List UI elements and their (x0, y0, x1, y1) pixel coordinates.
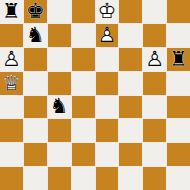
square-e8[interactable]: ♚♔ (96, 0, 119, 23)
square-g4[interactable] (143, 96, 166, 119)
square-f6[interactable] (119, 48, 142, 71)
piece-white-queen[interactable]: ♛♕ (0, 72, 23, 95)
square-e1[interactable] (96, 167, 119, 190)
square-c2[interactable] (48, 143, 71, 166)
square-c7[interactable] (48, 24, 71, 47)
square-h2[interactable] (167, 143, 190, 166)
square-b3[interactable] (24, 119, 47, 142)
square-b7[interactable]: ♞ (24, 24, 47, 47)
square-a7[interactable] (0, 24, 23, 47)
square-g1[interactable] (143, 167, 166, 190)
square-a6[interactable]: ♟♙ (0, 48, 23, 71)
square-d4[interactable] (72, 96, 95, 119)
square-h5[interactable] (167, 72, 190, 95)
piece-black-king[interactable]: ♚ (24, 0, 47, 23)
square-e3[interactable] (96, 119, 119, 142)
square-a8[interactable]: ♜ (0, 0, 23, 23)
square-d3[interactable] (72, 119, 95, 142)
piece-white-pawn[interactable]: ♟♙ (143, 48, 166, 71)
square-h1[interactable] (167, 167, 190, 190)
piece-black-knight[interactable]: ♞ (24, 24, 47, 47)
square-c6[interactable] (48, 48, 71, 71)
square-h3[interactable] (167, 119, 190, 142)
square-d2[interactable] (72, 143, 95, 166)
square-a4[interactable] (0, 96, 23, 119)
square-f1[interactable] (119, 167, 142, 190)
square-b8[interactable]: ♚ (24, 0, 47, 23)
piece-outline: ♙ (0, 48, 23, 71)
piece-outline: ♙ (143, 48, 166, 71)
square-a1[interactable] (0, 167, 23, 190)
square-h8[interactable] (167, 0, 190, 23)
square-f7[interactable] (119, 24, 142, 47)
square-d7[interactable] (72, 24, 95, 47)
piece-black-knight[interactable]: ♞ (48, 96, 71, 119)
piece-white-pawn[interactable]: ♟♙ (0, 48, 23, 71)
piece-black-rook[interactable]: ♜ (0, 0, 23, 23)
square-b4[interactable] (24, 96, 47, 119)
square-e5[interactable] (96, 72, 119, 95)
piece-outline: ♕ (0, 72, 23, 95)
square-f5[interactable] (119, 72, 142, 95)
square-a2[interactable] (0, 143, 23, 166)
piece-white-king[interactable]: ♚♔ (96, 0, 119, 23)
square-b2[interactable] (24, 143, 47, 166)
square-d1[interactable] (72, 167, 95, 190)
square-f8[interactable] (119, 0, 142, 23)
square-h7[interactable] (167, 24, 190, 47)
piece-outline: ♙ (96, 24, 119, 47)
square-a3[interactable] (0, 119, 23, 142)
square-a5[interactable]: ♛♕ (0, 72, 23, 95)
square-d8[interactable] (72, 0, 95, 23)
square-g7[interactable] (143, 24, 166, 47)
square-h4[interactable] (167, 96, 190, 119)
square-d5[interactable] (72, 72, 95, 95)
square-f3[interactable] (119, 119, 142, 142)
square-b1[interactable] (24, 167, 47, 190)
square-c5[interactable] (48, 72, 71, 95)
square-e2[interactable] (96, 143, 119, 166)
square-c4[interactable]: ♞ (48, 96, 71, 119)
square-c1[interactable] (48, 167, 71, 190)
square-c3[interactable] (48, 119, 71, 142)
square-c8[interactable] (48, 0, 71, 23)
square-g2[interactable] (143, 143, 166, 166)
square-d6[interactable] (72, 48, 95, 71)
piece-outline: ♔ (96, 0, 119, 23)
square-f2[interactable] (119, 143, 142, 166)
chess-board: ♜♚♚♔♞♟♙♟♙♟♙♜♛♕♞ (0, 0, 190, 190)
square-b6[interactable] (24, 48, 47, 71)
piece-black-rook[interactable]: ♜ (167, 48, 190, 71)
square-g8[interactable] (143, 0, 166, 23)
square-g6[interactable]: ♟♙ (143, 48, 166, 71)
square-f4[interactable] (119, 96, 142, 119)
square-b5[interactable] (24, 72, 47, 95)
piece-white-pawn[interactable]: ♟♙ (96, 24, 119, 47)
square-h6[interactable]: ♜ (167, 48, 190, 71)
square-e6[interactable] (96, 48, 119, 71)
square-g5[interactable] (143, 72, 166, 95)
square-e4[interactable] (96, 96, 119, 119)
square-e7[interactable]: ♟♙ (96, 24, 119, 47)
square-g3[interactable] (143, 119, 166, 142)
